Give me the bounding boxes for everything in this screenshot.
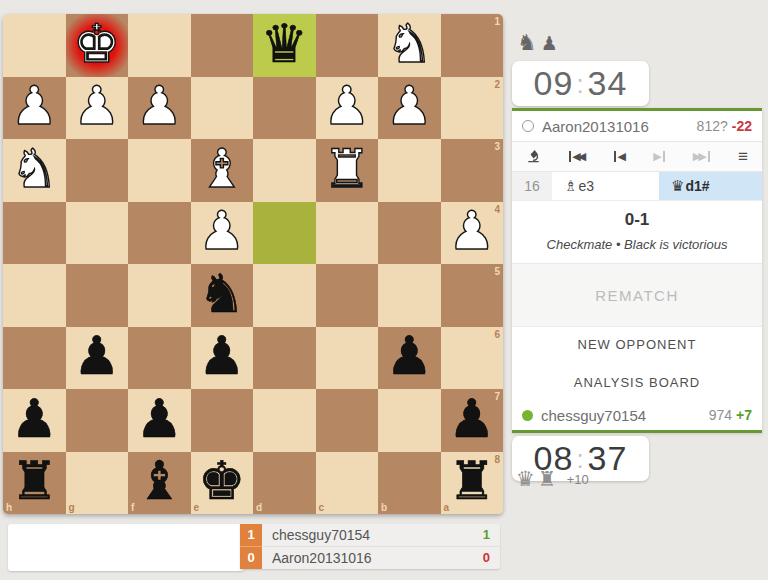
player-top-rating: 812? <box>697 118 728 134</box>
first-move-icon[interactable]: ◀◀ <box>568 151 586 162</box>
file-label: g <box>69 502 75 513</box>
black-pawn-piece[interactable]: ♟ <box>198 329 246 382</box>
file-label: d <box>256 502 262 513</box>
captured-pieces-bottom: ♛♜ +10 <box>516 467 589 491</box>
square-b8[interactable]: b <box>378 452 441 515</box>
square-c8[interactable]: c <box>316 452 379 515</box>
black-queen-piece[interactable]: ♛ <box>260 17 308 70</box>
rank-label: 6 <box>494 329 500 340</box>
square-c7[interactable] <box>316 389 379 452</box>
menu-icon[interactable]: ≡ <box>738 148 748 165</box>
square-c3[interactable]: ♜ <box>316 139 379 202</box>
square-c4[interactable] <box>316 202 379 265</box>
black-queen-move-icon: ♛ <box>671 177 684 195</box>
clock-top-time: 09:34 <box>534 64 628 103</box>
score-badge: 0 <box>240 547 262 570</box>
black-rook-piece[interactable]: ♜ <box>448 454 496 507</box>
score-row-name[interactable]: Aaron20131016 <box>262 547 458 570</box>
material-advantage: +10 <box>567 472 589 487</box>
white-knight-piece[interactable]: ♞ <box>385 17 433 70</box>
file-label: c <box>319 502 325 513</box>
chat-input[interactable] <box>8 524 244 571</box>
black-king-piece[interactable]: ♚ <box>198 454 246 507</box>
square-e3[interactable]: ♝ <box>191 139 254 202</box>
square-f6[interactable] <box>128 327 191 390</box>
move-list-row: 16 ♗ e3 ♛ d1# <box>512 172 762 201</box>
match-score-table: 1 chessguy70154 1 0 Aaron20131016 0 <box>240 524 500 569</box>
player-bottom-rating-change: +7 <box>736 407 752 423</box>
square-b4[interactable] <box>378 202 441 265</box>
rank-label: 4 <box>494 204 500 215</box>
captured-piece-icons: ♛♜ <box>516 467 560 491</box>
square-e4[interactable]: ♟ <box>191 202 254 265</box>
square-f2[interactable]: ♟ <box>128 77 191 140</box>
square-f1[interactable] <box>128 14 191 77</box>
square-c1[interactable] <box>316 14 379 77</box>
square-g3[interactable] <box>66 139 129 202</box>
captured-rook-icon: ♜ <box>538 467 557 491</box>
file-label: a <box>444 502 450 513</box>
file-label: f <box>131 502 134 513</box>
white-bishop-move-icon: ♗ <box>564 177 577 195</box>
move-black-san: d1# <box>685 178 709 194</box>
captured-pawn-icon: ♟ <box>541 32 558 54</box>
square-d7[interactable] <box>253 389 316 452</box>
white-pawn-piece[interactable]: ♟ <box>448 204 496 257</box>
score-row-points: 0 <box>458 547 500 570</box>
result-score: 0-1 <box>512 210 762 230</box>
white-pawn-piece[interactable]: ♟ <box>198 204 246 257</box>
score-row-points: 1 <box>458 524 500 547</box>
move-black-current[interactable]: ♛ d1# <box>659 172 762 200</box>
square-h1[interactable] <box>3 14 66 77</box>
file-label: e <box>194 502 200 513</box>
rank-label: 7 <box>494 391 500 402</box>
square-e2[interactable] <box>191 77 254 140</box>
player-row-bottom: chessguy70154 974 +7 <box>512 400 762 430</box>
white-pawn-piece[interactable]: ♟ <box>135 79 183 132</box>
square-e7[interactable] <box>191 389 254 452</box>
black-pawn-piece[interactable]: ♟ <box>448 392 496 445</box>
result-description: Checkmate • Black is victorious <box>512 237 762 252</box>
clock-top: 09:34 <box>512 61 649 106</box>
black-pawn-piece[interactable]: ♟ <box>10 392 58 445</box>
square-h7[interactable]: ♟ <box>3 389 66 452</box>
square-a6[interactable]: 6 <box>441 327 504 390</box>
move-number: 16 <box>512 172 552 200</box>
square-f7[interactable]: ♟ <box>128 389 191 452</box>
square-a5[interactable]: 5 <box>441 264 504 327</box>
online-indicator-icon <box>522 410 533 421</box>
square-h2[interactable]: ♟ <box>3 77 66 140</box>
app-root: ♚♛♞1♟♟♟♟♟2♞♝♜3♟♟4♞5♟♟♟6♟♟♟7♜hg♝f♚edcb♜8a… <box>0 0 768 580</box>
player-bottom-name[interactable]: chessguy70154 <box>541 407 646 424</box>
previous-move-icon[interactable]: ◀ <box>613 151 625 162</box>
last-move-icon[interactable]: ▶▶ <box>693 151 711 162</box>
square-a7[interactable]: ♟7 <box>441 389 504 452</box>
square-g4[interactable] <box>66 202 129 265</box>
captured-queen-icon: ♛ <box>516 467 535 491</box>
replay-toolbar: ◀◀ ◀ ▶ ▶▶ ≡ <box>512 141 762 172</box>
post-game-actions: NEW OPPONENT ANALYSIS BOARD <box>512 327 762 400</box>
result-block: 0-1 Checkmate • Black is victorious <box>512 201 762 263</box>
black-pawn-piece[interactable]: ♟ <box>73 329 121 382</box>
square-h3[interactable]: ♞ <box>3 139 66 202</box>
square-f3[interactable] <box>128 139 191 202</box>
square-h6[interactable] <box>3 327 66 390</box>
square-f4[interactable] <box>128 202 191 265</box>
black-bishop-piece[interactable]: ♝ <box>135 454 183 507</box>
square-c2[interactable]: ♟ <box>316 77 379 140</box>
square-g1[interactable]: ♚ <box>66 14 129 77</box>
rank-label: 2 <box>494 79 500 90</box>
player-top-name[interactable]: Aaron20131016 <box>542 118 649 135</box>
move-white[interactable]: ♗ e3 <box>552 172 659 200</box>
game-sidebar-card: Aaron20131016 812? -22 ◀◀ ◀ ▶ ▶▶ ≡ 16 ♗ … <box>512 108 762 433</box>
square-h8[interactable]: ♜h <box>3 452 66 515</box>
rank-label: 3 <box>494 141 500 152</box>
score-row-name[interactable]: chessguy70154 <box>262 524 458 547</box>
analysis-icon[interactable] <box>526 149 541 164</box>
square-g6[interactable]: ♟ <box>66 327 129 390</box>
square-b5[interactable] <box>378 264 441 327</box>
square-a1[interactable]: 1 <box>441 14 504 77</box>
captured-pieces-top: ♞♟ <box>517 30 558 55</box>
file-label: b <box>381 502 387 513</box>
square-e8[interactable]: ♚e <box>191 452 254 515</box>
square-c5[interactable] <box>316 264 379 327</box>
square-e5[interactable]: ♞ <box>191 264 254 327</box>
next-move-icon[interactable]: ▶ <box>653 151 665 162</box>
rank-label: 1 <box>494 16 500 27</box>
rank-label: 5 <box>494 266 500 277</box>
square-d5[interactable] <box>253 264 316 327</box>
white-pawn-piece[interactable]: ♟ <box>323 79 371 132</box>
square-h5[interactable] <box>3 264 66 327</box>
chess-board[interactable]: ♚♛♞1♟♟♟♟♟2♞♝♜3♟♟4♞5♟♟♟6♟♟♟7♜hg♝f♚edcb♜8a <box>3 14 503 514</box>
white-pawn-piece[interactable]: ♟ <box>385 79 433 132</box>
square-d3[interactable] <box>253 139 316 202</box>
white-knight-piece[interactable]: ♞ <box>10 142 58 195</box>
analysis-board-button[interactable]: ANALYSIS BOARD <box>574 375 700 390</box>
white-pawn-piece[interactable]: ♟ <box>73 79 121 132</box>
square-a4[interactable]: ♟4 <box>441 202 504 265</box>
black-pawn-piece[interactable]: ♟ <box>385 329 433 382</box>
square-c6[interactable] <box>316 327 379 390</box>
square-g7[interactable] <box>66 389 129 452</box>
square-d4[interactable] <box>253 202 316 265</box>
black-knight-piece[interactable]: ♞ <box>198 267 246 320</box>
square-h4[interactable] <box>3 202 66 265</box>
black-rook-piece[interactable]: ♜ <box>10 454 58 507</box>
player-row-top: Aaron20131016 812? -22 <box>512 111 762 141</box>
file-label: h <box>6 502 12 513</box>
square-g5[interactable] <box>66 264 129 327</box>
square-b3[interactable] <box>378 139 441 202</box>
square-b2[interactable]: ♟ <box>378 77 441 140</box>
white-pawn-piece[interactable]: ♟ <box>10 79 58 132</box>
square-e1[interactable] <box>191 14 254 77</box>
black-pawn-piece[interactable]: ♟ <box>135 392 183 445</box>
square-g2[interactable]: ♟ <box>66 77 129 140</box>
square-a8[interactable]: ♜8a <box>441 452 504 515</box>
rank-label: 8 <box>494 454 500 465</box>
square-d2[interactable] <box>253 77 316 140</box>
square-d6[interactable] <box>253 327 316 390</box>
white-player-icon <box>522 120 534 132</box>
rematch-button[interactable]: REMATCH <box>512 263 762 327</box>
player-bottom-rating: 974 <box>709 407 732 423</box>
square-a3[interactable]: 3 <box>441 139 504 202</box>
square-d8[interactable]: d <box>253 452 316 515</box>
square-b7[interactable] <box>378 389 441 452</box>
square-d1[interactable]: ♛ <box>253 14 316 77</box>
score-badge: 1 <box>240 524 262 547</box>
square-f8[interactable]: ♝f <box>128 452 191 515</box>
square-b6[interactable]: ♟ <box>378 327 441 390</box>
square-f5[interactable] <box>128 264 191 327</box>
square-b1[interactable]: ♞ <box>378 14 441 77</box>
captured-knight-icon: ♞ <box>517 30 537 55</box>
white-bishop-piece[interactable]: ♝ <box>198 142 246 195</box>
white-rook-piece[interactable]: ♜ <box>323 142 371 195</box>
white-king-piece[interactable]: ♚ <box>73 17 121 70</box>
square-a2[interactable]: 2 <box>441 77 504 140</box>
player-top-rating-change: -22 <box>732 118 752 134</box>
square-e6[interactable]: ♟ <box>191 327 254 390</box>
square-g8[interactable]: g <box>66 452 129 515</box>
new-opponent-button[interactable]: NEW OPPONENT <box>578 337 697 352</box>
move-white-san: e3 <box>578 178 594 194</box>
